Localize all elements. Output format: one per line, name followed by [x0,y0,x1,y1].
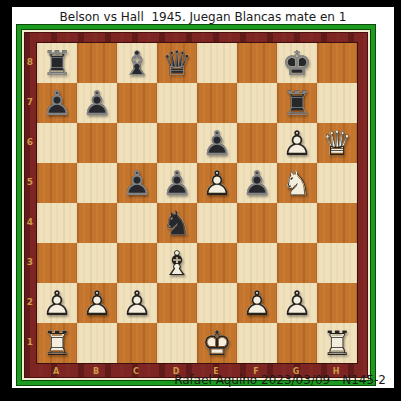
square-d1[interactable] [157,323,197,363]
square-a4[interactable] [37,203,77,243]
square-d4[interactable]: ♞♘ [157,203,197,243]
square-e1[interactable]: ♚♔ [197,323,237,363]
square-b8[interactable] [77,43,117,83]
board-squares: ♜♖♝♗♛♕♚♔♟♙♟♙♜♖♟♙♟♙♛♕♟♙♟♙♟♙♟♙♞♘♞♘♝♗♟♙♟♙♟♙… [36,42,358,364]
square-h5[interactable] [317,163,357,203]
square-h1[interactable]: ♜♖ [317,323,357,363]
rank-label-7: 7 [24,82,36,122]
square-e5[interactable]: ♟♙ [197,163,237,203]
puzzle-title: Belson vs Hall 1945. Juegan Blancas mate… [12,10,394,24]
square-h2[interactable] [317,283,357,323]
white-king-e1: ♚♔ [197,323,237,363]
square-e4[interactable] [197,203,237,243]
square-a5[interactable] [37,163,77,203]
square-b5[interactable] [77,163,117,203]
white-pawn-a2: ♟♙ [37,283,77,323]
square-h3[interactable] [317,243,357,283]
square-f4[interactable] [237,203,277,243]
square-h7[interactable] [317,83,357,123]
square-d5[interactable]: ♟♙ [157,163,197,203]
rank-label-6: 6 [24,122,36,162]
square-b3[interactable] [77,243,117,283]
square-f2[interactable]: ♟♙ [237,283,277,323]
square-e2[interactable] [197,283,237,323]
rank-label-4: 4 [24,202,36,242]
square-f6[interactable] [237,123,277,163]
black-pawn-e6: ♟♙ [197,123,237,163]
square-c5[interactable]: ♟♙ [117,163,157,203]
square-h8[interactable] [317,43,357,83]
rank-label-1: 1 [24,322,36,362]
square-d6[interactable] [157,123,197,163]
square-d8[interactable]: ♛♕ [157,43,197,83]
square-f8[interactable] [237,43,277,83]
square-g1[interactable] [277,323,317,363]
square-c7[interactable] [117,83,157,123]
board-wood-border: 87654321 ♜♖♝♗♛♕♚♔♟♙♟♙♜♖♟♙♟♙♛♕♟♙♟♙♟♙♟♙♞♘♞… [24,32,368,378]
rank-label-5: 5 [24,162,36,202]
square-e3[interactable] [197,243,237,283]
file-label-c: C [116,364,156,378]
square-d3[interactable]: ♝♗ [157,243,197,283]
black-pawn-a7: ♟♙ [37,83,77,123]
author-credit: Rafael Aquino 2023/03/09 - N145-2 [174,373,386,387]
white-pawn-c2: ♟♙ [117,283,157,323]
square-h6[interactable]: ♛♕ [317,123,357,163]
black-bishop-c8: ♝♗ [117,43,157,83]
square-b2[interactable]: ♟♙ [77,283,117,323]
square-g7[interactable]: ♜♖ [277,83,317,123]
white-knight-g5: ♞♘ [277,163,317,203]
square-f1[interactable] [237,323,277,363]
black-pawn-b7: ♟♙ [77,83,117,123]
rank-label-8: 8 [24,42,36,82]
white-pawn-e5: ♟♙ [197,163,237,203]
square-g3[interactable] [277,243,317,283]
square-b4[interactable] [77,203,117,243]
file-label-a: A [36,364,76,378]
square-e7[interactable] [197,83,237,123]
square-g2[interactable]: ♟♙ [277,283,317,323]
square-a7[interactable]: ♟♙ [37,83,77,123]
square-b1[interactable] [77,323,117,363]
square-a6[interactable] [37,123,77,163]
board-pinstripe: 87654321 ♜♖♝♗♛♕♚♔♟♙♟♙♜♖♟♙♟♙♛♕♟♙♟♙♟♙♟♙♞♘♞… [21,29,371,381]
square-f3[interactable] [237,243,277,283]
square-c2[interactable]: ♟♙ [117,283,157,323]
square-c4[interactable] [117,203,157,243]
square-g6[interactable]: ♟♙ [277,123,317,163]
rank-label-2: 2 [24,282,36,322]
square-c3[interactable] [117,243,157,283]
white-pawn-f2: ♟♙ [237,283,277,323]
black-knight-d4: ♞♘ [157,203,197,243]
black-pawn-f5: ♟♙ [237,163,277,203]
square-c1[interactable] [117,323,157,363]
black-rook-a8: ♜♖ [37,43,77,83]
black-king-g8: ♚♔ [277,43,317,83]
square-a1[interactable]: ♜♖ [37,323,77,363]
rank-labels: 87654321 [24,42,36,362]
white-rook-a1: ♜♖ [37,323,77,363]
square-b6[interactable] [77,123,117,163]
black-pawn-d5: ♟♙ [157,163,197,203]
black-rook-g7: ♜♖ [277,83,317,123]
square-h4[interactable] [317,203,357,243]
black-pawn-c5: ♟♙ [117,163,157,203]
white-bishop-d3: ♝♗ [157,243,197,283]
square-d7[interactable] [157,83,197,123]
square-e6[interactable]: ♟♙ [197,123,237,163]
board-outer-frame: 87654321 ♜♖♝♗♛♕♚♔♟♙♟♙♜♖♟♙♟♙♛♕♟♙♟♙♟♙♟♙♞♘♞… [16,24,376,386]
square-g4[interactable] [277,203,317,243]
black-queen-d8: ♛♕ [157,43,197,83]
square-f5[interactable]: ♟♙ [237,163,277,203]
file-label-b: B [76,364,116,378]
square-c6[interactable] [117,123,157,163]
white-pawn-g6: ♟♙ [277,123,317,163]
square-a8[interactable]: ♜♖ [37,43,77,83]
square-f7[interactable] [237,83,277,123]
white-pawn-g2: ♟♙ [277,283,317,323]
page: Belson vs Hall 1945. Juegan Blancas mate… [0,0,401,401]
white-queen-h6: ♛♕ [317,123,357,163]
white-pawn-b2: ♟♙ [77,283,117,323]
square-c8[interactable]: ♝♗ [117,43,157,83]
square-e8[interactable] [197,43,237,83]
square-d2[interactable] [157,283,197,323]
square-a2[interactable]: ♟♙ [37,283,77,323]
square-g5[interactable]: ♞♘ [277,163,317,203]
rank-label-3: 3 [24,242,36,282]
square-g8[interactable]: ♚♔ [277,43,317,83]
square-a3[interactable] [37,243,77,283]
white-rook-h1: ♜♖ [317,323,357,363]
square-b7[interactable]: ♟♙ [77,83,117,123]
diagram-background: Belson vs Hall 1945. Juegan Blancas mate… [12,7,394,388]
